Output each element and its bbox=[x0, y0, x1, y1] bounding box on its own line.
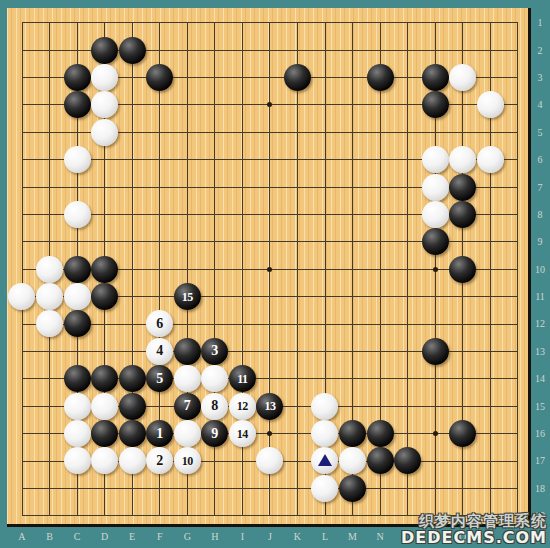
white-stone-B12 bbox=[36, 310, 63, 337]
black-stone-G15: 7 bbox=[174, 393, 201, 420]
black-stone-F16: 1 bbox=[146, 420, 173, 447]
white-stone-D5 bbox=[91, 119, 118, 146]
board-point-F3 bbox=[146, 64, 174, 91]
board-point-D4 bbox=[91, 91, 119, 118]
move-number-4: 4 bbox=[156, 344, 163, 358]
board-point-H13: 3 bbox=[201, 338, 229, 365]
board-point-P3 bbox=[421, 64, 449, 91]
board-point-C15 bbox=[63, 392, 91, 419]
white-stone-F17: 2 bbox=[146, 447, 173, 474]
board-point-H14 bbox=[201, 365, 229, 392]
board-point-G14 bbox=[173, 365, 201, 392]
black-stone-Q8 bbox=[449, 201, 476, 228]
board-point-Q8 bbox=[449, 201, 477, 228]
black-stone-M16 bbox=[339, 420, 366, 447]
board-point-P4 bbox=[421, 91, 449, 118]
black-stone-D2 bbox=[91, 37, 118, 64]
board-point-R6 bbox=[476, 146, 504, 173]
white-stone-C16 bbox=[64, 420, 91, 447]
board-point-D11 bbox=[91, 283, 119, 310]
row-label-9: 9 bbox=[531, 228, 549, 255]
white-stone-P7 bbox=[422, 174, 449, 201]
white-stone-A11 bbox=[8, 283, 35, 310]
board-point-I16: 14 bbox=[229, 420, 257, 447]
col-label-E: E bbox=[118, 527, 146, 547]
col-label-N: N bbox=[366, 527, 394, 547]
board-point-L18 bbox=[311, 475, 339, 502]
row-label-4: 4 bbox=[531, 91, 549, 118]
white-stone-B10 bbox=[36, 256, 63, 283]
black-stone-D10 bbox=[91, 256, 118, 283]
watermark-line2: DEDECMS.COM bbox=[401, 530, 547, 546]
white-stone-D15 bbox=[91, 393, 118, 420]
board-point-D10 bbox=[91, 256, 119, 283]
board-point-K3 bbox=[284, 64, 312, 91]
white-stone-F13: 4 bbox=[146, 338, 173, 365]
board-point-C6 bbox=[63, 146, 91, 173]
board-point-L17 bbox=[311, 447, 339, 474]
board-point-E14 bbox=[118, 365, 146, 392]
black-stone-G11: 15 bbox=[174, 283, 201, 310]
board-point-F17: 2 bbox=[146, 447, 174, 474]
black-stone-C4 bbox=[64, 91, 91, 118]
black-stone-N3 bbox=[367, 64, 394, 91]
white-stone-Q6 bbox=[449, 146, 476, 173]
black-stone-Q7 bbox=[449, 174, 476, 201]
board-point-C8 bbox=[63, 201, 91, 228]
white-stone-I16: 14 bbox=[229, 420, 256, 447]
col-label-L: L bbox=[311, 527, 339, 547]
board-point-Q6 bbox=[449, 146, 477, 173]
board-point-F13: 4 bbox=[146, 338, 174, 365]
col-label-F: F bbox=[146, 527, 174, 547]
black-stone-P3 bbox=[422, 64, 449, 91]
white-stone-H14 bbox=[201, 365, 228, 392]
black-stone-F3 bbox=[146, 64, 173, 91]
board-point-P9 bbox=[421, 228, 449, 255]
white-stone-J17 bbox=[256, 447, 283, 474]
black-stone-E2 bbox=[119, 37, 146, 64]
black-stone-K3 bbox=[284, 64, 311, 91]
board-point-Q10 bbox=[449, 256, 477, 283]
go-board: 156435117812131914210 bbox=[7, 8, 531, 527]
row-label-12: 12 bbox=[531, 310, 549, 337]
move-number-1: 1 bbox=[156, 427, 163, 441]
row-label-18: 18 bbox=[531, 475, 549, 502]
col-label-I: I bbox=[229, 527, 257, 547]
board-point-M16 bbox=[339, 420, 367, 447]
white-stone-G14 bbox=[174, 365, 201, 392]
board-point-C11 bbox=[63, 283, 91, 310]
black-stone-E15 bbox=[119, 393, 146, 420]
board-point-P6 bbox=[421, 146, 449, 173]
black-stone-E14 bbox=[119, 365, 146, 392]
col-label-B: B bbox=[36, 527, 64, 547]
board-point-C4 bbox=[63, 91, 91, 118]
row-label-11: 11 bbox=[531, 283, 549, 310]
board-point-C12 bbox=[63, 310, 91, 337]
black-stone-I14: 11 bbox=[229, 365, 256, 392]
board-point-F14: 5 bbox=[146, 365, 174, 392]
stones-grid: 156435117812131914210 bbox=[8, 9, 531, 529]
move-number-2: 2 bbox=[156, 454, 163, 468]
white-stone-C6 bbox=[64, 146, 91, 173]
white-stone-L18 bbox=[311, 475, 338, 502]
row-label-13: 13 bbox=[531, 338, 549, 365]
triangle-marker-icon bbox=[318, 454, 332, 466]
board-point-D3 bbox=[91, 64, 119, 91]
black-stone-Q10 bbox=[449, 256, 476, 283]
board-point-M17 bbox=[339, 447, 367, 474]
board-point-G16 bbox=[173, 420, 201, 447]
white-stone-C15 bbox=[64, 393, 91, 420]
black-stone-P13 bbox=[422, 338, 449, 365]
black-stone-Q16 bbox=[449, 420, 476, 447]
move-number-10: 10 bbox=[182, 455, 193, 467]
watermark: 织梦内容管理系统 DEDECMS.COM bbox=[401, 514, 547, 546]
move-number-13: 13 bbox=[264, 400, 275, 412]
board-point-J15: 13 bbox=[256, 392, 284, 419]
board-point-O17 bbox=[394, 447, 422, 474]
black-stone-P9 bbox=[422, 228, 449, 255]
col-label-G: G bbox=[173, 527, 201, 547]
col-label-A: A bbox=[8, 527, 36, 547]
white-stone-C17 bbox=[64, 447, 91, 474]
board-point-A11 bbox=[8, 283, 36, 310]
black-stone-M18 bbox=[339, 475, 366, 502]
row-label-15: 15 bbox=[531, 392, 549, 419]
black-stone-G13 bbox=[174, 338, 201, 365]
white-stone-L17 bbox=[311, 447, 338, 474]
white-stone-I15: 12 bbox=[229, 393, 256, 420]
black-stone-D11 bbox=[91, 283, 118, 310]
move-number-8: 8 bbox=[211, 399, 218, 413]
black-stone-C10 bbox=[64, 256, 91, 283]
white-stone-L16 bbox=[311, 420, 338, 447]
white-stone-P6 bbox=[422, 146, 449, 173]
white-stone-D3 bbox=[91, 64, 118, 91]
col-label-D: D bbox=[91, 527, 119, 547]
white-stone-H15: 8 bbox=[201, 393, 228, 420]
row-label-5: 5 bbox=[531, 119, 549, 146]
board-point-E16 bbox=[118, 420, 146, 447]
col-label-M: M bbox=[339, 527, 367, 547]
white-stone-E17 bbox=[119, 447, 146, 474]
board-point-D16 bbox=[91, 420, 119, 447]
row-label-1: 1 bbox=[531, 9, 549, 36]
white-stone-L15 bbox=[311, 393, 338, 420]
board-point-C10 bbox=[63, 256, 91, 283]
board-point-Q7 bbox=[449, 173, 477, 200]
row-labels: 12345678910111213141516171819 bbox=[531, 9, 549, 529]
board-point-Q16 bbox=[449, 420, 477, 447]
col-label-C: C bbox=[63, 527, 91, 547]
board-point-C17 bbox=[63, 447, 91, 474]
move-number-7: 7 bbox=[184, 399, 191, 413]
black-stone-P4 bbox=[422, 91, 449, 118]
board-point-R4 bbox=[476, 91, 504, 118]
black-stone-E16 bbox=[119, 420, 146, 447]
white-stone-B11 bbox=[36, 283, 63, 310]
white-stone-G17: 10 bbox=[174, 447, 201, 474]
move-number-6: 6 bbox=[156, 317, 163, 331]
white-stone-R4 bbox=[477, 91, 504, 118]
move-number-12: 12 bbox=[237, 400, 248, 412]
col-label-J: J bbox=[256, 527, 284, 547]
row-label-7: 7 bbox=[531, 173, 549, 200]
board-point-D5 bbox=[91, 119, 119, 146]
move-number-14: 14 bbox=[237, 428, 248, 440]
board-point-N3 bbox=[366, 64, 394, 91]
white-stone-R6 bbox=[477, 146, 504, 173]
board-point-E2 bbox=[118, 36, 146, 63]
move-number-9: 9 bbox=[211, 427, 218, 441]
black-stone-C12 bbox=[64, 310, 91, 337]
board-point-E17 bbox=[118, 447, 146, 474]
white-stone-D17 bbox=[91, 447, 118, 474]
board-point-C16 bbox=[63, 420, 91, 447]
board-point-D2 bbox=[91, 36, 119, 63]
board-point-P8 bbox=[421, 201, 449, 228]
black-stone-N17 bbox=[367, 447, 394, 474]
move-number-3: 3 bbox=[211, 344, 218, 358]
board-point-G15: 7 bbox=[173, 392, 201, 419]
move-number-15: 15 bbox=[182, 291, 193, 303]
board-point-D14 bbox=[91, 365, 119, 392]
board-point-F12: 6 bbox=[146, 310, 174, 337]
board-point-C14 bbox=[63, 365, 91, 392]
row-label-14: 14 bbox=[531, 365, 549, 392]
board-point-F16: 1 bbox=[146, 420, 174, 447]
board-point-H16: 9 bbox=[201, 420, 229, 447]
black-stone-N16 bbox=[367, 420, 394, 447]
move-number-11: 11 bbox=[237, 373, 247, 385]
board-point-B10 bbox=[36, 256, 64, 283]
board-point-G13 bbox=[173, 338, 201, 365]
row-label-2: 2 bbox=[531, 36, 549, 63]
board-point-L16 bbox=[311, 420, 339, 447]
board-point-H15: 8 bbox=[201, 392, 229, 419]
black-stone-O17 bbox=[394, 447, 421, 474]
white-stone-Q3 bbox=[449, 64, 476, 91]
black-stone-C14 bbox=[64, 365, 91, 392]
black-stone-C3 bbox=[64, 64, 91, 91]
board-point-P13 bbox=[421, 338, 449, 365]
board-point-I14: 11 bbox=[229, 365, 257, 392]
col-label-H: H bbox=[201, 527, 229, 547]
board-point-C3 bbox=[63, 64, 91, 91]
board-point-D17 bbox=[91, 447, 119, 474]
white-stone-C11 bbox=[64, 283, 91, 310]
row-label-17: 17 bbox=[531, 447, 549, 474]
row-label-8: 8 bbox=[531, 201, 549, 228]
board-point-N16 bbox=[366, 420, 394, 447]
board-point-G17: 10 bbox=[173, 447, 201, 474]
board-point-P7 bbox=[421, 173, 449, 200]
white-stone-P8 bbox=[422, 201, 449, 228]
board-point-N17 bbox=[366, 447, 394, 474]
board-point-M18 bbox=[339, 475, 367, 502]
black-stone-J15: 13 bbox=[256, 393, 283, 420]
row-label-16: 16 bbox=[531, 420, 549, 447]
board-point-G11: 15 bbox=[173, 283, 201, 310]
row-label-3: 3 bbox=[531, 64, 549, 91]
board-point-B12 bbox=[36, 310, 64, 337]
board-point-B11 bbox=[36, 283, 64, 310]
board-point-J17 bbox=[256, 447, 284, 474]
black-stone-H13: 3 bbox=[201, 338, 228, 365]
col-label-K: K bbox=[284, 527, 312, 547]
white-stone-F12: 6 bbox=[146, 310, 173, 337]
black-stone-D14 bbox=[91, 365, 118, 392]
black-stone-H16: 9 bbox=[201, 420, 228, 447]
white-stone-D4 bbox=[91, 91, 118, 118]
page-background: 156435117812131914210 ABCDEFGHIJKLMNOPQR… bbox=[0, 0, 550, 548]
black-stone-F14: 5 bbox=[146, 365, 173, 392]
board-point-L15 bbox=[311, 392, 339, 419]
black-stone-D16 bbox=[91, 420, 118, 447]
row-label-6: 6 bbox=[531, 146, 549, 173]
board-point-E15 bbox=[118, 392, 146, 419]
board-point-D15 bbox=[91, 392, 119, 419]
move-number-5: 5 bbox=[156, 372, 163, 386]
white-stone-G16 bbox=[174, 420, 201, 447]
board-point-Q3 bbox=[449, 64, 477, 91]
board-point-I15: 12 bbox=[229, 392, 257, 419]
white-stone-M17 bbox=[339, 447, 366, 474]
row-label-10: 10 bbox=[531, 256, 549, 283]
white-stone-C8 bbox=[64, 201, 91, 228]
